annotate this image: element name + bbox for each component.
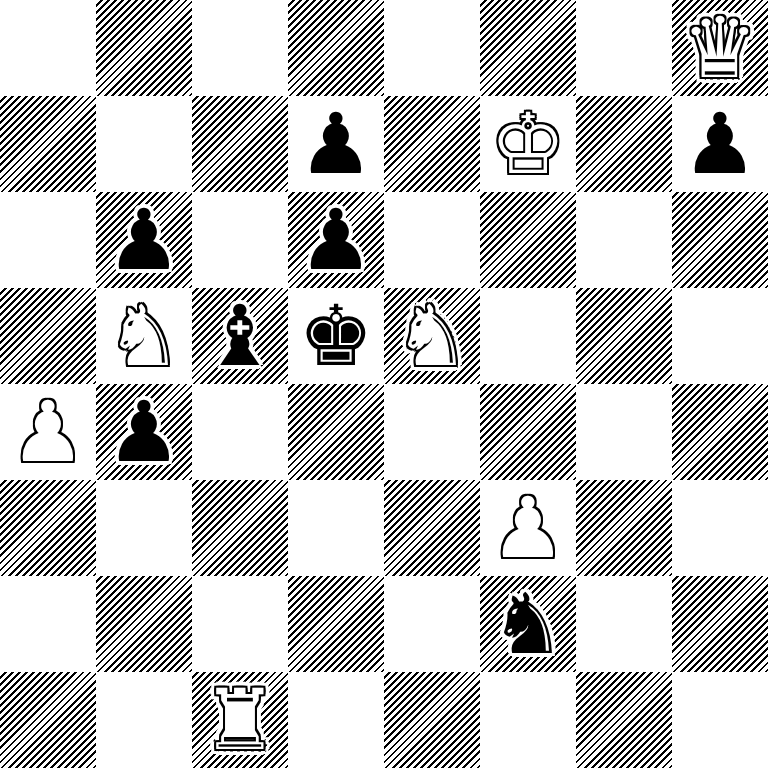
white-rook: ♜ [202,672,277,768]
square-c7[interactable] [192,96,288,192]
square-h6[interactable] [672,192,768,288]
square-g8[interactable] [576,0,672,96]
square-a4[interactable]: ♟ [0,384,96,480]
square-d1[interactable] [288,672,384,768]
black-bishop: ♝ [202,288,277,384]
square-b1[interactable] [96,672,192,768]
square-e7[interactable] [384,96,480,192]
square-h7[interactable]: ♟ [672,96,768,192]
square-b3[interactable] [96,480,192,576]
square-h8[interactable]: ♛ [672,0,768,96]
square-g5[interactable] [576,288,672,384]
square-f3[interactable]: ♟ [480,480,576,576]
square-c1[interactable]: ♜ [192,672,288,768]
chess-board: ♛♟♚♟♟♟♞♝♚♞♟♟♟♞♜ [0,0,768,768]
square-c6[interactable] [192,192,288,288]
square-a8[interactable] [0,0,96,96]
square-a6[interactable] [0,192,96,288]
square-e8[interactable] [384,0,480,96]
square-f7[interactable]: ♚ [480,96,576,192]
square-g4[interactable] [576,384,672,480]
square-b7[interactable] [96,96,192,192]
white-king: ♚ [490,96,565,192]
square-d2[interactable] [288,576,384,672]
square-f6[interactable] [480,192,576,288]
square-d8[interactable] [288,0,384,96]
square-b2[interactable] [96,576,192,672]
square-g2[interactable] [576,576,672,672]
square-d4[interactable] [288,384,384,480]
square-g7[interactable] [576,96,672,192]
black-pawn: ♟ [298,96,373,192]
black-pawn: ♟ [298,192,373,288]
square-b6[interactable]: ♟ [96,192,192,288]
square-c2[interactable] [192,576,288,672]
black-knight: ♞ [490,576,565,672]
white-pawn: ♟ [490,480,565,576]
square-b8[interactable] [96,0,192,96]
square-h1[interactable] [672,672,768,768]
square-a5[interactable] [0,288,96,384]
square-h5[interactable] [672,288,768,384]
black-pawn: ♟ [106,192,181,288]
square-e4[interactable] [384,384,480,480]
square-c4[interactable] [192,384,288,480]
square-e3[interactable] [384,480,480,576]
square-e6[interactable] [384,192,480,288]
square-f2[interactable]: ♞ [480,576,576,672]
square-b4[interactable]: ♟ [96,384,192,480]
square-e2[interactable] [384,576,480,672]
square-d3[interactable] [288,480,384,576]
square-a3[interactable] [0,480,96,576]
square-d7[interactable]: ♟ [288,96,384,192]
square-h4[interactable] [672,384,768,480]
square-f8[interactable] [480,0,576,96]
square-a7[interactable] [0,96,96,192]
square-e1[interactable] [384,672,480,768]
black-pawn: ♟ [106,384,181,480]
white-pawn: ♟ [10,384,85,480]
square-g1[interactable] [576,672,672,768]
square-d6[interactable]: ♟ [288,192,384,288]
square-h2[interactable] [672,576,768,672]
square-g6[interactable] [576,192,672,288]
black-king: ♚ [298,288,373,384]
square-a2[interactable] [0,576,96,672]
square-f5[interactable] [480,288,576,384]
square-d5[interactable]: ♚ [288,288,384,384]
square-g3[interactable] [576,480,672,576]
white-knight: ♞ [394,288,469,384]
square-b5[interactable]: ♞ [96,288,192,384]
square-c5[interactable]: ♝ [192,288,288,384]
square-h3[interactable] [672,480,768,576]
white-knight: ♞ [106,288,181,384]
square-f1[interactable] [480,672,576,768]
square-a1[interactable] [0,672,96,768]
white-queen: ♛ [682,0,757,96]
square-c3[interactable] [192,480,288,576]
square-f4[interactable] [480,384,576,480]
square-e5[interactable]: ♞ [384,288,480,384]
black-pawn: ♟ [682,96,757,192]
square-c8[interactable] [192,0,288,96]
